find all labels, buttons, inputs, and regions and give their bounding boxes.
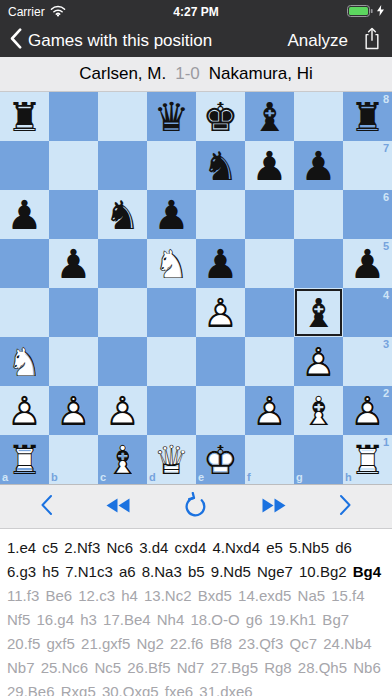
white-pawn-f2: ♟: [245, 386, 294, 435]
file-label-d: d: [149, 472, 156, 483]
black-pawn-f7: ♟: [245, 141, 294, 190]
rank-label-2: 2: [383, 388, 389, 399]
rank-label-3: 3: [383, 339, 389, 350]
rank-label-8: 8: [383, 94, 389, 105]
chevron-left-icon: [40, 494, 53, 519]
white-bishop-g2: ♝: [294, 386, 343, 435]
square-h7[interactable]: 7: [343, 141, 392, 190]
white-pawn-e4: ♟: [196, 288, 245, 337]
black-knight-e7: ♞: [196, 141, 245, 190]
file-label-b: b: [51, 472, 58, 483]
square-c2[interactable]: ♟♙: [98, 386, 147, 435]
forward-to-end-button[interactable]: [254, 494, 294, 520]
square-f8[interactable]: ♝: [245, 92, 294, 141]
square-a2[interactable]: ♟♙: [0, 386, 49, 435]
white-knight-a3: ♞: [0, 337, 49, 386]
rank-label-6: 6: [383, 192, 389, 203]
black-knight-c6: ♞: [98, 190, 147, 239]
black-pawn-a6: ♟: [0, 190, 49, 239]
black-king-e8: ♚: [196, 92, 245, 141]
black-bishop-g4: ♝: [294, 288, 343, 337]
black-bishop-f8: ♝: [245, 92, 294, 141]
share-icon[interactable]: [362, 26, 382, 56]
square-c5[interactable]: [98, 239, 147, 288]
square-a8[interactable]: ♜: [0, 92, 49, 141]
square-f1[interactable]: f: [245, 435, 294, 484]
square-f6[interactable]: [245, 190, 294, 239]
square-d4[interactable]: [147, 288, 196, 337]
black-pawn-d6: ♟: [147, 190, 196, 239]
square-a7[interactable]: [0, 141, 49, 190]
square-h5[interactable]: ♟5: [343, 239, 392, 288]
white-piece-outline: ♙: [245, 386, 294, 435]
file-label-c: c: [100, 472, 106, 483]
square-d7[interactable]: [147, 141, 196, 190]
square-f7[interactable]: ♟: [245, 141, 294, 190]
black-pawn-b5: ♟: [49, 239, 98, 288]
white-piece-outline: ♙: [196, 288, 245, 337]
square-f3[interactable]: [245, 337, 294, 386]
back-button[interactable]: Games with this position: [10, 28, 212, 53]
analyze-button[interactable]: Analyze: [288, 31, 348, 51]
black-pawn-e5: ♟: [196, 239, 245, 288]
rank-label-7: 7: [383, 143, 389, 154]
square-d6[interactable]: ♟: [147, 190, 196, 239]
square-e6[interactable]: [196, 190, 245, 239]
square-e1[interactable]: ♚♔e: [196, 435, 245, 484]
file-label-h: h: [345, 472, 352, 483]
square-h2[interactable]: ♟♙2: [343, 386, 392, 435]
chevron-right-icon: [339, 494, 352, 519]
moves-upcoming: 11.f3 Be6 12.c3 h4 13.Nc2 Bxd5 14.exd5 N…: [7, 587, 381, 696]
rank-label-4: 4: [383, 290, 389, 301]
white-pawn-a2: ♟: [0, 386, 49, 435]
square-g4[interactable]: ♝: [294, 288, 343, 337]
file-label-a: a: [2, 472, 8, 483]
white-piece-outline: ♙: [49, 386, 98, 435]
square-b6[interactable]: [49, 190, 98, 239]
square-d8[interactable]: ♛: [147, 92, 196, 141]
square-b8[interactable]: [49, 92, 98, 141]
white-piece-outline: ♘: [0, 337, 49, 386]
square-a6[interactable]: ♟: [0, 190, 49, 239]
square-b5[interactable]: ♟: [49, 239, 98, 288]
square-c7[interactable]: [98, 141, 147, 190]
game-header: Carlsen, M. 1-0 Nakamura, Hi: [0, 57, 392, 92]
square-h6[interactable]: 6: [343, 190, 392, 239]
game-result: 1-0: [175, 64, 200, 84]
reset-position-button[interactable]: [174, 488, 217, 526]
prev-move-button[interactable]: [32, 490, 61, 523]
square-c6[interactable]: ♞: [98, 190, 147, 239]
square-d2[interactable]: [147, 386, 196, 435]
square-c1[interactable]: ♝♗c: [98, 435, 147, 484]
square-f4[interactable]: [245, 288, 294, 337]
status-bar: Carrier 4:27 PM: [0, 0, 392, 24]
next-move-button[interactable]: [331, 490, 360, 523]
square-f5[interactable]: [245, 239, 294, 288]
white-piece-outline: ♙: [0, 386, 49, 435]
square-h8[interactable]: ♜8: [343, 92, 392, 141]
square-c3[interactable]: [98, 337, 147, 386]
square-h1[interactable]: ♜♖1h: [343, 435, 392, 484]
black-rook-a8: ♜: [0, 92, 49, 141]
square-e7[interactable]: ♞: [196, 141, 245, 190]
white-pawn-c2: ♟: [98, 386, 147, 435]
square-b2[interactable]: ♟♙: [49, 386, 98, 435]
current-move: Bg4: [353, 563, 381, 580]
square-g7[interactable]: ♟: [294, 141, 343, 190]
square-h4[interactable]: 4: [343, 288, 392, 337]
white-piece-outline: ♙: [294, 337, 343, 386]
file-label-e: e: [198, 472, 204, 483]
white-piece-outline: ♘: [147, 239, 196, 288]
white-piece-outline: ♙: [98, 386, 147, 435]
black-pawn-g7: ♟: [294, 141, 343, 190]
white-pawn-g3: ♟: [294, 337, 343, 386]
square-e5[interactable]: ♟: [196, 239, 245, 288]
square-a4[interactable]: [0, 288, 49, 337]
square-a5[interactable]: [0, 239, 49, 288]
rank-label-5: 5: [383, 241, 389, 252]
move-controls-bar: [0, 484, 392, 529]
square-b3[interactable]: [49, 337, 98, 386]
white-knight-d5: ♞: [147, 239, 196, 288]
square-e4[interactable]: ♟♙: [196, 288, 245, 337]
square-d5[interactable]: ♞♘: [147, 239, 196, 288]
square-e2[interactable]: [196, 386, 245, 435]
reload-icon: [182, 492, 209, 522]
white-pawn-b2: ♟: [49, 386, 98, 435]
moves-played: 1.e4 c5 2.Nf3 Nc6 3.d4 cxd4 4.Nxd4 e5 5.…: [7, 539, 352, 580]
square-d1[interactable]: ♛♕d: [147, 435, 196, 484]
navigation-bar: Games with this position Analyze: [0, 24, 392, 57]
square-h3[interactable]: 3: [343, 337, 392, 386]
white-piece-outline: ♗: [294, 386, 343, 435]
rank-label-1: 1: [383, 437, 389, 448]
square-g3[interactable]: ♟♙: [294, 337, 343, 386]
chess-board: ♜♛♚♝♜8♞♟♟7♟♞♟6♟♞♘♟♟5♟♙♝4♞♘♟♙3♟♙♟♙♟♙♟♙♝♗♟…: [0, 92, 392, 484]
square-b4[interactable]: [49, 288, 98, 337]
white-player-name: Carlsen, M.: [79, 64, 166, 84]
square-d3[interactable]: [147, 337, 196, 386]
square-a1[interactable]: ♜♖a: [0, 435, 49, 484]
black-queen-d8: ♛: [147, 92, 196, 141]
square-b7[interactable]: [49, 141, 98, 190]
square-g1[interactable]: g: [294, 435, 343, 484]
black-player-name: Nakamura, Hi: [209, 64, 313, 84]
back-button-label: Games with this position: [28, 31, 212, 51]
square-g8[interactable]: [294, 92, 343, 141]
square-e8[interactable]: ♚: [196, 92, 245, 141]
move-list[interactable]: 1.e4 c5 2.Nf3 Nc6 3.d4 cxd4 4.Nxd4 e5 5.…: [0, 529, 392, 696]
app-window: Carrier 4:27 PM: [0, 0, 392, 696]
square-f2[interactable]: ♟♙: [245, 386, 294, 435]
chevron-left-icon: [10, 28, 22, 53]
rewind-to-start-button[interactable]: [98, 494, 138, 520]
file-label-g: g: [296, 472, 303, 483]
square-c8[interactable]: [98, 92, 147, 141]
file-label-f: f: [247, 472, 251, 483]
square-g6[interactable]: [294, 190, 343, 239]
square-g2[interactable]: ♝♗: [294, 386, 343, 435]
square-b1[interactable]: b: [49, 435, 98, 484]
square-g5[interactable]: [294, 239, 343, 288]
double-arrow-right-icon: [262, 498, 286, 516]
square-a3[interactable]: ♞♘: [0, 337, 49, 386]
double-arrow-left-icon: [106, 498, 130, 516]
square-c4[interactable]: [98, 288, 147, 337]
square-e3[interactable]: [196, 337, 245, 386]
clock-time: 4:27 PM: [0, 5, 392, 19]
